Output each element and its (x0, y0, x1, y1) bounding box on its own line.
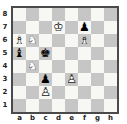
square-d7[interactable]: ♚♔ (52, 21, 65, 34)
file-label-a: a (13, 114, 26, 124)
rank-label-2: 2 (0, 86, 10, 99)
square-e7[interactable] (65, 21, 78, 34)
square-c2[interactable]: ♟♙ (39, 86, 52, 99)
square-e3[interactable]: ♟♙ (65, 73, 78, 86)
file-label-e: e (65, 114, 78, 124)
black-bishop-glyph: ♝ (13, 47, 26, 60)
white-pawn-e3[interactable]: ♟♙ (65, 73, 78, 86)
square-h7[interactable] (104, 21, 117, 34)
chess-diagram: 87654321 ♚♔♟♝♗♞♘♝♗♝♚♞♘♟♟♙♟♙ abcdefgh (0, 0, 127, 124)
square-b3[interactable] (26, 73, 39, 86)
file-label-h: h (104, 114, 117, 124)
square-d6[interactable] (52, 34, 65, 47)
square-h5[interactable] (104, 47, 117, 60)
square-f3[interactable] (78, 73, 91, 86)
square-c5[interactable]: ♚ (39, 47, 52, 60)
square-a1[interactable] (13, 99, 26, 112)
square-g5[interactable] (91, 47, 104, 60)
square-f1[interactable] (78, 99, 91, 112)
square-g7[interactable] (91, 21, 104, 34)
square-a4[interactable] (13, 60, 26, 73)
rank-label-6: 6 (0, 34, 10, 47)
file-label-f: f (78, 114, 91, 124)
white-pawn-glyph: ♙ (39, 86, 52, 99)
square-b6[interactable]: ♞♘ (26, 34, 39, 47)
white-knight-b4[interactable]: ♞♘ (26, 60, 39, 73)
rank-label-5: 5 (0, 47, 10, 60)
square-e6[interactable] (65, 34, 78, 47)
square-f6[interactable]: ♝♗ (78, 34, 91, 47)
file-label-d: d (52, 114, 65, 124)
rank-label-7: 7 (0, 21, 10, 34)
square-d2[interactable] (52, 86, 65, 99)
square-g4[interactable] (91, 60, 104, 73)
square-g8[interactable] (91, 8, 104, 21)
rank-label-3: 3 (0, 73, 10, 86)
black-bishop-a5[interactable]: ♝ (13, 47, 26, 60)
square-d4[interactable] (52, 60, 65, 73)
square-c8[interactable] (39, 8, 52, 21)
square-b8[interactable] (26, 8, 39, 21)
square-f2[interactable] (78, 86, 91, 99)
black-king-glyph: ♚ (39, 47, 52, 60)
white-bishop-glyph: ♗ (78, 34, 91, 47)
chess-board[interactable]: ♚♔♟♝♗♞♘♝♗♝♚♞♘♟♟♙♟♙ (11, 6, 119, 114)
square-a2[interactable] (13, 86, 26, 99)
white-bishop-f6[interactable]: ♝♗ (78, 34, 91, 47)
square-e2[interactable] (65, 86, 78, 99)
square-b1[interactable] (26, 99, 39, 112)
white-knight-glyph: ♘ (26, 60, 39, 73)
white-pawn-glyph: ♙ (65, 73, 78, 86)
square-c7[interactable] (39, 21, 52, 34)
file-label-g: g (91, 114, 104, 124)
square-g6[interactable] (91, 34, 104, 47)
black-king-c5[interactable]: ♚ (39, 47, 52, 60)
white-king-d7[interactable]: ♚♔ (52, 21, 65, 34)
square-h3[interactable] (104, 73, 117, 86)
square-h8[interactable] (104, 8, 117, 21)
square-b2[interactable] (26, 86, 39, 99)
square-d1[interactable] (52, 99, 65, 112)
rank-label-4: 4 (0, 60, 10, 73)
square-e1[interactable] (65, 99, 78, 112)
white-knight-b6[interactable]: ♞♘ (26, 34, 39, 47)
square-f5[interactable] (78, 47, 91, 60)
square-c1[interactable] (39, 99, 52, 112)
white-king-glyph: ♔ (52, 21, 65, 34)
square-g2[interactable] (91, 86, 104, 99)
square-h2[interactable] (104, 86, 117, 99)
square-d5[interactable] (52, 47, 65, 60)
square-a5[interactable]: ♝ (13, 47, 26, 60)
square-a8[interactable] (13, 8, 26, 21)
rank-label-1: 1 (0, 99, 10, 112)
rank-label-8: 8 (0, 8, 10, 21)
file-label-b: b (26, 114, 39, 124)
square-e8[interactable] (65, 8, 78, 21)
square-h1[interactable] (104, 99, 117, 112)
square-d3[interactable] (52, 73, 65, 86)
square-h6[interactable] (104, 34, 117, 47)
square-g3[interactable] (91, 73, 104, 86)
square-g1[interactable] (91, 99, 104, 112)
white-knight-glyph: ♘ (26, 34, 39, 47)
white-pawn-c2[interactable]: ♟♙ (39, 86, 52, 99)
file-label-c: c (39, 114, 52, 124)
square-b4[interactable]: ♞♘ (26, 60, 39, 73)
square-h4[interactable] (104, 60, 117, 73)
square-a3[interactable] (13, 73, 26, 86)
square-f4[interactable] (78, 60, 91, 73)
square-e5[interactable] (65, 47, 78, 60)
